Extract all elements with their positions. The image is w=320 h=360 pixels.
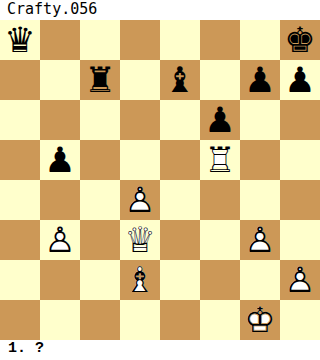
square-h4[interactable] (280, 180, 320, 220)
square-d2[interactable]: ♝♗ (120, 260, 160, 300)
square-a3[interactable] (0, 220, 40, 260)
square-b4[interactable] (40, 180, 80, 220)
square-c5[interactable] (80, 140, 120, 180)
square-b2[interactable] (40, 260, 80, 300)
square-c3[interactable] (80, 220, 120, 260)
square-b1[interactable] (40, 300, 80, 340)
white-queen-piece[interactable]: ♛♕ (120, 220, 160, 260)
white-pawn-piece[interactable]: ♟♙ (240, 220, 280, 260)
piece-glyph: ♟ (280, 60, 320, 100)
square-g3[interactable]: ♟♙ (240, 220, 280, 260)
piece-glyph: ♚ (280, 20, 320, 60)
square-f4[interactable] (200, 180, 240, 220)
square-f7[interactable] (200, 60, 240, 100)
square-h8[interactable]: ♚ (280, 20, 320, 60)
chess-board: ♛♚♜♝♟♟♟♟♜♖♟♙♟♙♛♕♟♙♝♗♟♙♚♔ (0, 20, 320, 340)
square-f2[interactable] (200, 260, 240, 300)
square-b6[interactable] (40, 100, 80, 140)
square-d1[interactable] (120, 300, 160, 340)
square-g5[interactable] (240, 140, 280, 180)
white-rook-piece[interactable]: ♜♖ (200, 140, 240, 180)
square-f6[interactable]: ♟ (200, 100, 240, 140)
piece-outline: ♗ (120, 260, 160, 300)
chess-app-window: Crafty.056 ♛♚♜♝♟♟♟♟♜♖♟♙♟♙♛♕♟♙♝♗♟♙♚♔ 1. ? (0, 0, 320, 360)
square-e3[interactable] (160, 220, 200, 260)
piece-glyph: ♟ (240, 60, 280, 100)
square-f1[interactable] (200, 300, 240, 340)
square-b8[interactable] (40, 20, 80, 60)
square-e6[interactable] (160, 100, 200, 140)
square-d8[interactable] (120, 20, 160, 60)
square-b5[interactable]: ♟ (40, 140, 80, 180)
piece-outline: ♙ (240, 220, 280, 260)
black-pawn-piece[interactable]: ♟ (40, 140, 80, 180)
square-g2[interactable] (240, 260, 280, 300)
square-g1[interactable]: ♚♔ (240, 300, 280, 340)
square-a6[interactable] (0, 100, 40, 140)
square-e7[interactable]: ♝ (160, 60, 200, 100)
square-c2[interactable] (80, 260, 120, 300)
square-b7[interactable] (40, 60, 80, 100)
piece-outline: ♖ (200, 140, 240, 180)
square-h3[interactable] (280, 220, 320, 260)
square-c1[interactable] (80, 300, 120, 340)
square-a4[interactable] (0, 180, 40, 220)
white-pawn-piece[interactable]: ♟♙ (280, 260, 320, 300)
square-d7[interactable] (120, 60, 160, 100)
black-pawn-piece[interactable]: ♟ (240, 60, 280, 100)
black-bishop-piece[interactable]: ♝ (160, 60, 200, 100)
window-title: Crafty.056 (0, 0, 320, 20)
black-rook-piece[interactable]: ♜ (80, 60, 120, 100)
square-h6[interactable] (280, 100, 320, 140)
white-pawn-piece[interactable]: ♟♙ (120, 180, 160, 220)
piece-glyph: ♟ (40, 140, 80, 180)
square-g8[interactable] (240, 20, 280, 60)
piece-outline: ♙ (280, 260, 320, 300)
square-c8[interactable] (80, 20, 120, 60)
square-c6[interactable] (80, 100, 120, 140)
square-g4[interactable] (240, 180, 280, 220)
square-e8[interactable] (160, 20, 200, 60)
square-a8[interactable]: ♛ (0, 20, 40, 60)
piece-glyph: ♟ (200, 100, 240, 140)
piece-outline: ♙ (120, 180, 160, 220)
white-bishop-piece[interactable]: ♝♗ (120, 260, 160, 300)
square-a2[interactable] (0, 260, 40, 300)
piece-outline: ♙ (40, 220, 80, 260)
black-queen-piece[interactable]: ♛ (0, 20, 40, 60)
square-h7[interactable]: ♟ (280, 60, 320, 100)
square-a7[interactable] (0, 60, 40, 100)
white-king-piece[interactable]: ♚♔ (240, 300, 280, 340)
square-h2[interactable]: ♟♙ (280, 260, 320, 300)
square-f3[interactable] (200, 220, 240, 260)
piece-glyph: ♛ (0, 20, 40, 60)
square-e2[interactable] (160, 260, 200, 300)
black-pawn-piece[interactable]: ♟ (200, 100, 240, 140)
square-a5[interactable] (0, 140, 40, 180)
move-prompt: 1. ? (0, 340, 320, 360)
square-f5[interactable]: ♜♖ (200, 140, 240, 180)
square-e1[interactable] (160, 300, 200, 340)
square-a1[interactable] (0, 300, 40, 340)
square-c7[interactable]: ♜ (80, 60, 120, 100)
piece-glyph: ♝ (160, 60, 200, 100)
square-h1[interactable] (280, 300, 320, 340)
square-d3[interactable]: ♛♕ (120, 220, 160, 260)
square-g7[interactable]: ♟ (240, 60, 280, 100)
black-king-piece[interactable]: ♚ (280, 20, 320, 60)
square-e5[interactable] (160, 140, 200, 180)
black-pawn-piece[interactable]: ♟ (280, 60, 320, 100)
piece-glyph: ♜ (80, 60, 120, 100)
square-g6[interactable] (240, 100, 280, 140)
square-c4[interactable] (80, 180, 120, 220)
square-b3[interactable]: ♟♙ (40, 220, 80, 260)
square-f8[interactable] (200, 20, 240, 60)
square-d4[interactable]: ♟♙ (120, 180, 160, 220)
white-pawn-piece[interactable]: ♟♙ (40, 220, 80, 260)
piece-outline: ♔ (240, 300, 280, 340)
square-e4[interactable] (160, 180, 200, 220)
square-d5[interactable] (120, 140, 160, 180)
square-h5[interactable] (280, 140, 320, 180)
piece-outline: ♕ (120, 220, 160, 260)
square-d6[interactable] (120, 100, 160, 140)
